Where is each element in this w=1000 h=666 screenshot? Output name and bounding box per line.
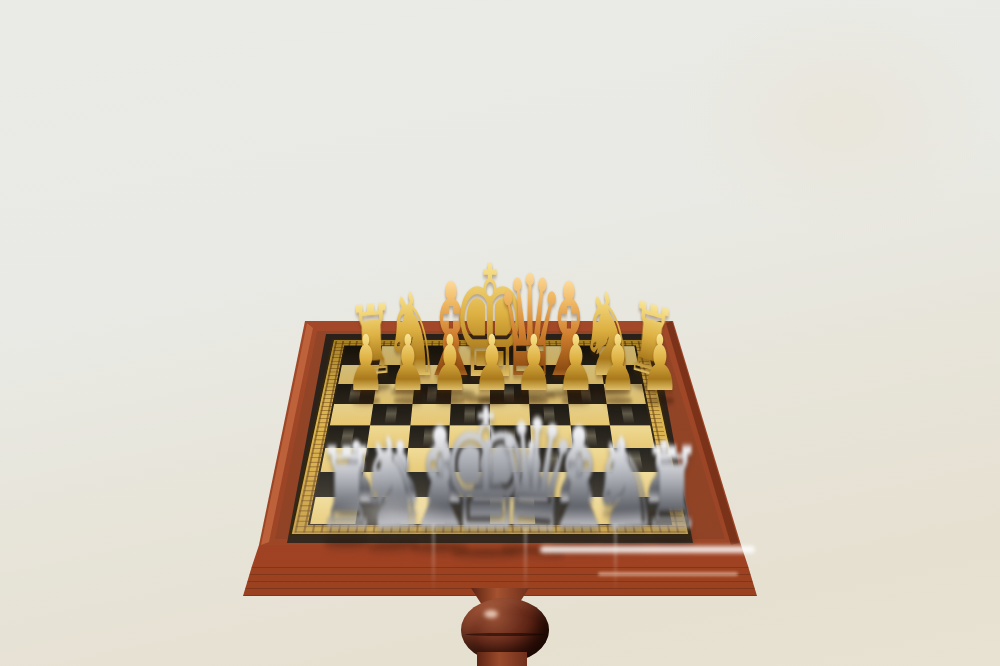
reflection-streak (614, 524, 617, 592)
piece-silver-rook: ♜ (641, 432, 703, 544)
piece-gold-pawn: ♟ (641, 325, 679, 402)
piece-gold-pawn: ♟ (347, 325, 385, 402)
pedestal-stem (477, 652, 527, 666)
piece-gold-pawn: ♟ (389, 325, 427, 402)
piece-gold-pawn: ♟ (599, 325, 637, 402)
reflection-streak (432, 524, 435, 594)
product-photo-stage: ♜♞♝♚♛♝♞♜♟♟♟♟♟♟♟♟♟♟♟♟♟♟♟♟♜♞♝♚♛♝♞♜ (0, 0, 1000, 666)
backdrop-warm-corner (680, 0, 1000, 240)
reflection-streak (524, 528, 527, 594)
